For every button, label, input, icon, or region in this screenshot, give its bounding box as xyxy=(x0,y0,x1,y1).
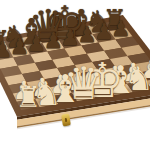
chess-board: ♜♞♝♛♚♝♞♜♟♟♟♟♟♟♟♟♟♟♟♟♟♟♟♟♜♞♝♛♚♝♞♜ xyxy=(0,0,150,150)
latch-keyhole xyxy=(65,118,68,122)
brass-latch xyxy=(61,113,71,126)
piece-black-pawn-a7[interactable]: ♟ xyxy=(0,39,14,61)
piece-white-rook-a1[interactable]: ♜ xyxy=(14,83,43,112)
chess-set-photo: ♜♞♝♛♚♝♞♜♟♟♟♟♟♟♟♟♟♟♟♟♟♟♟♟♜♞♝♛♚♝♞♜ xyxy=(0,0,150,150)
